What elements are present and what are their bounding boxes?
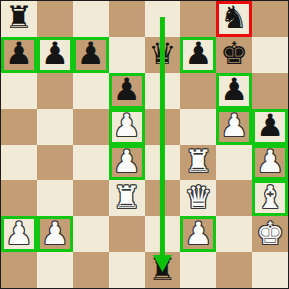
square-e7[interactable]: ♛	[145, 37, 181, 73]
piece-white-pawn[interactable]: ♟	[113, 146, 141, 177]
square-e1[interactable]: ♜	[145, 252, 181, 288]
square-g4[interactable]	[216, 145, 252, 181]
square-h2[interactable]: ♚	[252, 216, 288, 252]
piece-white-bishop[interactable]: ♝	[256, 182, 284, 213]
piece-black-pawn[interactable]: ♟	[77, 38, 105, 69]
square-d5[interactable]: ♟	[109, 109, 145, 145]
piece-black-knight[interactable]: ♞	[220, 2, 248, 33]
square-c1[interactable]	[73, 252, 109, 288]
square-b6[interactable]	[37, 73, 73, 109]
square-e4[interactable]	[145, 145, 181, 181]
square-h7[interactable]	[252, 37, 288, 73]
piece-white-rook[interactable]: ♜	[184, 146, 212, 177]
square-a3[interactable]	[1, 180, 37, 216]
square-c8[interactable]	[73, 1, 109, 37]
square-a7[interactable]: ♟	[1, 37, 37, 73]
square-f1[interactable]	[180, 252, 216, 288]
piece-black-pawn[interactable]: ♟	[41, 38, 69, 69]
piece-black-pawn[interactable]: ♟	[220, 74, 248, 105]
piece-white-pawn[interactable]: ♟	[41, 218, 69, 249]
square-g8[interactable]: ♞	[216, 1, 252, 37]
square-f5[interactable]	[180, 109, 216, 145]
piece-white-pawn[interactable]: ♟	[256, 146, 284, 177]
square-c5[interactable]	[73, 109, 109, 145]
square-h1[interactable]	[252, 252, 288, 288]
piece-white-pawn[interactable]: ♟	[113, 110, 141, 141]
square-g1[interactable]	[216, 252, 252, 288]
square-d3[interactable]: ♜	[109, 180, 145, 216]
square-g3[interactable]	[216, 180, 252, 216]
square-a1[interactable]	[1, 252, 37, 288]
square-d8[interactable]	[109, 1, 145, 37]
piece-white-queen[interactable]: ♛	[184, 182, 212, 213]
square-h3[interactable]: ♝	[252, 180, 288, 216]
square-e8[interactable]	[145, 1, 181, 37]
square-a2[interactable]: ♟	[1, 216, 37, 252]
chess-board[interactable]: ♜♞♟♟♟♛♟♚♟♟♟♟♟♟♜♟♜♛♝♟♟♟♚♜	[0, 0, 289, 289]
square-c7[interactable]: ♟	[73, 37, 109, 73]
square-g7[interactable]: ♚	[216, 37, 252, 73]
square-b4[interactable]	[37, 145, 73, 181]
square-f7[interactable]: ♟	[180, 37, 216, 73]
square-b3[interactable]	[37, 180, 73, 216]
piece-white-pawn[interactable]: ♟	[220, 110, 248, 141]
square-g6[interactable]: ♟	[216, 73, 252, 109]
square-b8[interactable]	[37, 1, 73, 37]
square-c3[interactable]	[73, 180, 109, 216]
square-e2[interactable]	[145, 216, 181, 252]
piece-white-pawn[interactable]: ♟	[5, 218, 33, 249]
square-h6[interactable]	[252, 73, 288, 109]
square-d7[interactable]	[109, 37, 145, 73]
square-d6[interactable]: ♟	[109, 73, 145, 109]
square-f4[interactable]: ♜	[180, 145, 216, 181]
square-g5[interactable]: ♟	[216, 109, 252, 145]
square-f6[interactable]	[180, 73, 216, 109]
square-g2[interactable]	[216, 216, 252, 252]
square-d2[interactable]	[109, 216, 145, 252]
square-d1[interactable]	[109, 252, 145, 288]
piece-white-king[interactable]: ♚	[256, 218, 284, 249]
piece-black-rook[interactable]: ♜	[149, 254, 177, 285]
square-a5[interactable]	[1, 109, 37, 145]
piece-black-king[interactable]: ♚	[220, 38, 248, 69]
square-d4[interactable]: ♟	[109, 145, 145, 181]
square-c6[interactable]	[73, 73, 109, 109]
square-b2[interactable]: ♟	[37, 216, 73, 252]
piece-black-pawn[interactable]: ♟	[5, 38, 33, 69]
square-a4[interactable]	[1, 145, 37, 181]
square-b1[interactable]	[37, 252, 73, 288]
square-h8[interactable]	[252, 1, 288, 37]
piece-black-pawn[interactable]: ♟	[184, 38, 212, 69]
piece-black-pawn[interactable]: ♟	[256, 110, 284, 141]
piece-white-rook[interactable]: ♜	[113, 182, 141, 213]
square-h5[interactable]: ♟	[252, 109, 288, 145]
square-b7[interactable]: ♟	[37, 37, 73, 73]
square-a6[interactable]	[1, 73, 37, 109]
square-c4[interactable]	[73, 145, 109, 181]
square-f3[interactable]: ♛	[180, 180, 216, 216]
square-e6[interactable]	[145, 73, 181, 109]
piece-white-pawn[interactable]: ♟	[184, 218, 212, 249]
square-h4[interactable]: ♟	[252, 145, 288, 181]
square-b5[interactable]	[37, 109, 73, 145]
square-e5[interactable]	[145, 109, 181, 145]
piece-black-rook[interactable]: ♜	[5, 2, 33, 33]
square-c2[interactable]	[73, 216, 109, 252]
piece-black-queen[interactable]: ♛	[149, 38, 177, 69]
square-a8[interactable]: ♜	[1, 1, 37, 37]
square-f8[interactable]	[180, 1, 216, 37]
square-f2[interactable]: ♟	[180, 216, 216, 252]
square-e3[interactable]	[145, 180, 181, 216]
piece-black-pawn[interactable]: ♟	[113, 74, 141, 105]
chess-board-wrapper: ♜♞♟♟♟♛♟♚♟♟♟♟♟♟♜♟♜♛♝♟♟♟♚♜	[0, 0, 289, 289]
